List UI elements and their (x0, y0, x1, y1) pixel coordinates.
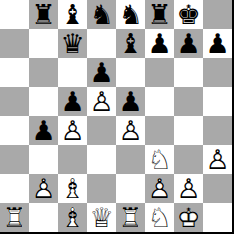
square-b1[interactable] (29, 203, 58, 232)
square-h3[interactable]: ♟♙ (203, 145, 232, 174)
square-a7[interactable] (0, 29, 29, 58)
piece-black-pawn[interactable]: ♟ (87, 58, 116, 87)
white-bishop-outline-glyph: ♗ (58, 174, 87, 203)
piece-black-king[interactable]: ♚ (174, 0, 203, 29)
square-b4[interactable]: ♟ (29, 116, 58, 145)
black-knight-glyph: ♞ (116, 0, 145, 29)
square-d3[interactable] (87, 145, 116, 174)
white-pawn-glyph: ♟ (29, 174, 58, 203)
square-e5[interactable]: ♟ (116, 87, 145, 116)
chess-board-frame: ♜♝♞♞♜♚♛♝♟♟♟♟♟♟♙♟♟♟♙♟♙♞♘♟♙♟♙♝♗♟♙♟♙♜♖♝♗♛♕♜… (0, 0, 234, 234)
square-a8[interactable] (0, 0, 29, 29)
square-g6[interactable] (174, 58, 203, 87)
piece-black-bishop[interactable]: ♝ (58, 0, 87, 29)
white-pawn-glyph: ♟ (116, 116, 145, 145)
square-c2[interactable]: ♝♗ (58, 174, 87, 203)
white-pawn-outline-glyph: ♙ (203, 145, 232, 174)
piece-white-pawn[interactable]: ♟♙ (29, 174, 58, 203)
square-f4[interactable] (145, 116, 174, 145)
square-g5[interactable] (174, 87, 203, 116)
square-a5[interactable] (0, 87, 29, 116)
square-e3[interactable] (116, 145, 145, 174)
piece-black-knight[interactable]: ♞ (116, 0, 145, 29)
piece-white-knight[interactable]: ♞♘ (145, 145, 174, 174)
white-knight-glyph: ♞ (145, 203, 174, 232)
white-pawn-glyph: ♟ (203, 145, 232, 174)
piece-white-bishop[interactable]: ♝♗ (58, 203, 87, 232)
piece-white-pawn[interactable]: ♟♙ (174, 174, 203, 203)
piece-black-pawn[interactable]: ♟ (145, 29, 174, 58)
square-a1[interactable]: ♜♖ (0, 203, 29, 232)
piece-white-knight[interactable]: ♞♘ (145, 203, 174, 232)
square-f7[interactable]: ♟ (145, 29, 174, 58)
black-pawn-glyph: ♟ (29, 116, 58, 145)
piece-black-pawn[interactable]: ♟ (29, 116, 58, 145)
square-d2[interactable] (87, 174, 116, 203)
square-d6[interactable]: ♟ (87, 58, 116, 87)
chess-board: ♜♝♞♞♜♚♛♝♟♟♟♟♟♟♙♟♟♟♙♟♙♞♘♟♙♟♙♝♗♟♙♟♙♜♖♝♗♛♕♜… (0, 0, 232, 232)
square-d4[interactable] (87, 116, 116, 145)
white-pawn-outline-glyph: ♙ (174, 174, 203, 203)
piece-white-king[interactable]: ♚♔ (174, 203, 203, 232)
piece-black-rook[interactable]: ♜ (29, 0, 58, 29)
square-a4[interactable] (0, 116, 29, 145)
square-f1[interactable]: ♞♘ (145, 203, 174, 232)
white-bishop-glyph: ♝ (58, 203, 87, 232)
white-pawn-glyph: ♟ (174, 174, 203, 203)
square-a2[interactable] (0, 174, 29, 203)
white-bishop-outline-glyph: ♗ (58, 203, 87, 232)
square-g2[interactable]: ♟♙ (174, 174, 203, 203)
square-e1[interactable]: ♜♖ (116, 203, 145, 232)
white-king-outline-glyph: ♔ (174, 203, 203, 232)
square-f8[interactable]: ♜ (145, 0, 174, 29)
white-pawn-glyph: ♟ (58, 116, 87, 145)
square-b5[interactable] (29, 87, 58, 116)
white-pawn-outline-glyph: ♙ (116, 116, 145, 145)
piece-black-pawn[interactable]: ♟ (174, 29, 203, 58)
piece-white-pawn[interactable]: ♟♙ (116, 116, 145, 145)
square-h2[interactable] (203, 174, 232, 203)
piece-white-rook[interactable]: ♜♖ (0, 203, 29, 232)
white-knight-glyph: ♞ (145, 145, 174, 174)
black-rook-glyph: ♜ (145, 0, 174, 29)
square-g3[interactable] (174, 145, 203, 174)
piece-black-bishop[interactable]: ♝ (116, 29, 145, 58)
square-d8[interactable]: ♞ (87, 0, 116, 29)
white-bishop-glyph: ♝ (58, 174, 87, 203)
square-c5[interactable]: ♟ (58, 87, 87, 116)
square-d5[interactable]: ♟♙ (87, 87, 116, 116)
piece-black-pawn[interactable]: ♟ (203, 29, 232, 58)
piece-white-pawn[interactable]: ♟♙ (145, 174, 174, 203)
square-h7[interactable]: ♟ (203, 29, 232, 58)
square-f6[interactable] (145, 58, 174, 87)
square-h5[interactable] (203, 87, 232, 116)
white-king-glyph: ♚ (174, 203, 203, 232)
piece-black-queen[interactable]: ♛ (58, 29, 87, 58)
piece-white-pawn[interactable]: ♟♙ (87, 87, 116, 116)
square-h8[interactable] (203, 0, 232, 29)
black-queen-glyph: ♛ (58, 29, 87, 58)
black-king-glyph: ♚ (174, 0, 203, 29)
piece-white-pawn[interactable]: ♟♙ (58, 116, 87, 145)
black-pawn-glyph: ♟ (145, 29, 174, 58)
piece-white-rook[interactable]: ♜♖ (116, 203, 145, 232)
square-g1[interactable]: ♚♔ (174, 203, 203, 232)
white-rook-outline-glyph: ♖ (116, 203, 145, 232)
square-g7[interactable]: ♟ (174, 29, 203, 58)
square-e4[interactable]: ♟♙ (116, 116, 145, 145)
black-pawn-glyph: ♟ (58, 87, 87, 116)
white-pawn-outline-glyph: ♙ (145, 174, 174, 203)
square-c4[interactable]: ♟♙ (58, 116, 87, 145)
white-queen-outline-glyph: ♕ (87, 203, 116, 232)
black-pawn-glyph: ♟ (87, 58, 116, 87)
square-c6[interactable] (58, 58, 87, 87)
square-b8[interactable]: ♜ (29, 0, 58, 29)
white-rook-outline-glyph: ♖ (0, 203, 29, 232)
square-e2[interactable] (116, 174, 145, 203)
square-b7[interactable] (29, 29, 58, 58)
square-b6[interactable] (29, 58, 58, 87)
white-pawn-outline-glyph: ♙ (87, 87, 116, 116)
square-g8[interactable]: ♚ (174, 0, 203, 29)
piece-black-knight[interactable]: ♞ (87, 0, 116, 29)
white-knight-outline-glyph: ♘ (145, 203, 174, 232)
square-f2[interactable]: ♟♙ (145, 174, 174, 203)
square-d7[interactable] (87, 29, 116, 58)
square-h4[interactable] (203, 116, 232, 145)
square-b2[interactable]: ♟♙ (29, 174, 58, 203)
square-e7[interactable]: ♝ (116, 29, 145, 58)
square-h1[interactable] (203, 203, 232, 232)
square-e6[interactable] (116, 58, 145, 87)
piece-black-rook[interactable]: ♜ (145, 0, 174, 29)
white-rook-glyph: ♜ (116, 203, 145, 232)
square-c8[interactable]: ♝ (58, 0, 87, 29)
piece-white-pawn[interactable]: ♟♙ (203, 145, 232, 174)
square-c7[interactable]: ♛ (58, 29, 87, 58)
black-rook-glyph: ♜ (29, 0, 58, 29)
piece-black-pawn[interactable]: ♟ (116, 87, 145, 116)
square-a6[interactable] (0, 58, 29, 87)
white-rook-glyph: ♜ (0, 203, 29, 232)
square-h6[interactable] (203, 58, 232, 87)
square-c3[interactable] (58, 145, 87, 174)
white-knight-outline-glyph: ♘ (145, 145, 174, 174)
black-pawn-glyph: ♟ (116, 87, 145, 116)
white-pawn-glyph: ♟ (87, 87, 116, 116)
white-pawn-outline-glyph: ♙ (29, 174, 58, 203)
square-a3[interactable] (0, 145, 29, 174)
white-pawn-glyph: ♟ (145, 174, 174, 203)
black-bishop-glyph: ♝ (116, 29, 145, 58)
piece-black-pawn[interactable]: ♟ (58, 87, 87, 116)
white-pawn-outline-glyph: ♙ (58, 116, 87, 145)
square-f5[interactable] (145, 87, 174, 116)
piece-white-queen[interactable]: ♛♕ (87, 203, 116, 232)
square-d1[interactable]: ♛♕ (87, 203, 116, 232)
square-e8[interactable]: ♞ (116, 0, 145, 29)
square-f3[interactable]: ♞♘ (145, 145, 174, 174)
square-g4[interactable] (174, 116, 203, 145)
square-b3[interactable] (29, 145, 58, 174)
white-queen-glyph: ♛ (87, 203, 116, 232)
black-knight-glyph: ♞ (87, 0, 116, 29)
piece-white-bishop[interactable]: ♝♗ (58, 174, 87, 203)
square-c1[interactable]: ♝♗ (58, 203, 87, 232)
black-pawn-glyph: ♟ (203, 29, 232, 58)
black-pawn-glyph: ♟ (174, 29, 203, 58)
black-bishop-glyph: ♝ (58, 0, 87, 29)
